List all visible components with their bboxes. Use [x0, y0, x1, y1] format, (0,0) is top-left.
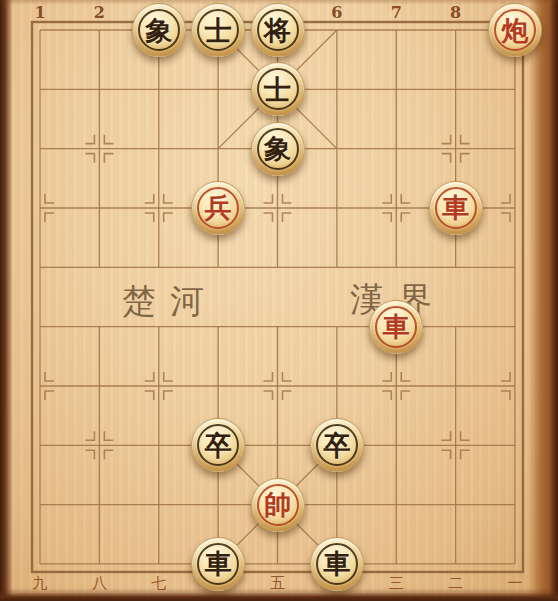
piece-glyph: 士 [205, 17, 232, 44]
piece-black-soldier[interactable]: 卒 [310, 418, 364, 472]
piece-glyph: 車 [205, 550, 232, 577]
piece-black-advisor[interactable]: 士 [251, 62, 305, 116]
piece-black-general[interactable]: 将 [251, 3, 305, 57]
piece-glyph: 卒 [323, 432, 350, 459]
piece-glyph: 車 [442, 194, 469, 221]
piece-glyph: 帥 [264, 491, 291, 518]
piece-glyph: 将 [264, 17, 291, 44]
piece-glyph: 士 [264, 76, 291, 103]
piece-red-soldier[interactable]: 兵 [191, 181, 245, 235]
piece-black-advisor[interactable]: 士 [191, 3, 245, 57]
piece-black-elephant[interactable]: 象 [251, 122, 305, 176]
piece-black-chariot[interactable]: 車 [310, 537, 364, 591]
piece-red-cannon[interactable]: 炮 [488, 3, 542, 57]
piece-glyph: 炮 [502, 17, 529, 44]
piece-black-chariot[interactable]: 車 [191, 537, 245, 591]
piece-black-soldier[interactable]: 卒 [191, 418, 245, 472]
piece-glyph: 卒 [205, 432, 232, 459]
piece-glyph: 車 [323, 550, 350, 577]
xiangqi-board[interactable]: 楚河 漢界 123456789 九八七六五四三二一 象士将炮士象兵車車卒卒帥車車 [0, 0, 558, 601]
piece-red-chariot[interactable]: 車 [429, 181, 483, 235]
piece-glyph: 象 [264, 135, 291, 162]
piece-black-elephant[interactable]: 象 [132, 3, 186, 57]
piece-red-general[interactable]: 帥 [251, 478, 305, 532]
piece-glyph: 車 [383, 313, 410, 340]
piece-glyph: 兵 [205, 194, 232, 221]
piece-glyph: 象 [145, 17, 172, 44]
pieces-layer: 象士将炮士象兵車車卒卒帥車車 [0, 0, 558, 601]
piece-red-chariot[interactable]: 車 [369, 300, 423, 354]
